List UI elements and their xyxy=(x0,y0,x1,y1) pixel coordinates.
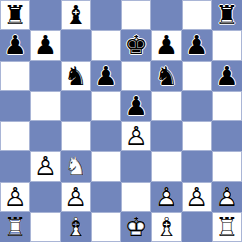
square-e7[interactable]: ♚ xyxy=(121,30,151,60)
square-c5[interactable] xyxy=(61,91,91,121)
square-g5[interactable] xyxy=(182,91,212,121)
square-e8[interactable] xyxy=(121,0,151,30)
piece-black-rook: ♜ xyxy=(0,0,30,30)
square-b6[interactable] xyxy=(30,61,60,91)
square-h2[interactable]: ♟♙ xyxy=(212,182,242,212)
piece-black-knight: ♞ xyxy=(61,61,91,91)
piece-white-bishop: ♝♗ xyxy=(151,212,181,242)
square-g4[interactable] xyxy=(182,121,212,151)
piece-black-pawn: ♟ xyxy=(121,91,151,121)
square-a1[interactable]: ♜♖ xyxy=(0,212,30,242)
piece-white-pawn: ♟♙ xyxy=(212,182,242,212)
square-c1[interactable]: ♝♗ xyxy=(61,212,91,242)
square-c4[interactable] xyxy=(61,121,91,151)
square-c7[interactable] xyxy=(61,30,91,60)
square-d6[interactable]: ♟ xyxy=(91,61,121,91)
piece-white-pawn: ♟♙ xyxy=(151,182,181,212)
square-f8[interactable] xyxy=(151,0,181,30)
square-e6[interactable] xyxy=(121,61,151,91)
square-b7[interactable]: ♟ xyxy=(30,30,60,60)
square-f3[interactable] xyxy=(151,151,181,181)
piece-white-pawn: ♟♙ xyxy=(121,121,151,151)
piece-black-rook: ♜ xyxy=(212,0,242,30)
square-f7[interactable]: ♟ xyxy=(151,30,181,60)
piece-black-bishop: ♝ xyxy=(61,0,91,30)
square-g1[interactable] xyxy=(182,212,212,242)
square-b8[interactable] xyxy=(30,0,60,30)
square-b4[interactable] xyxy=(30,121,60,151)
piece-white-pawn: ♟♙ xyxy=(0,182,30,212)
piece-white-rook: ♜♖ xyxy=(212,212,242,242)
square-e5[interactable]: ♟ xyxy=(121,91,151,121)
square-a4[interactable] xyxy=(0,121,30,151)
square-g7[interactable]: ♟ xyxy=(182,30,212,60)
square-c2[interactable]: ♟♙ xyxy=(61,182,91,212)
piece-black-pawn: ♟ xyxy=(91,61,121,91)
square-b5[interactable] xyxy=(30,91,60,121)
square-h8[interactable]: ♜ xyxy=(212,0,242,30)
square-h3[interactable] xyxy=(212,151,242,181)
square-d7[interactable] xyxy=(91,30,121,60)
piece-white-pawn: ♟♙ xyxy=(182,182,212,212)
piece-white-pawn: ♟♙ xyxy=(30,151,60,181)
square-f6[interactable]: ♞ xyxy=(151,61,181,91)
square-h6[interactable]: ♟ xyxy=(212,61,242,91)
square-e4[interactable]: ♟♙ xyxy=(121,121,151,151)
square-h1[interactable]: ♜♖ xyxy=(212,212,242,242)
square-e2[interactable] xyxy=(121,182,151,212)
square-e3[interactable] xyxy=(121,151,151,181)
square-c3[interactable]: ♞♘ xyxy=(61,151,91,181)
square-h5[interactable] xyxy=(212,91,242,121)
square-d8[interactable] xyxy=(91,0,121,30)
piece-white-pawn: ♟♙ xyxy=(61,182,91,212)
square-d5[interactable] xyxy=(91,91,121,121)
piece-black-knight: ♞ xyxy=(151,61,181,91)
piece-white-knight: ♞♘ xyxy=(61,151,91,181)
square-a6[interactable] xyxy=(0,61,30,91)
piece-black-pawn: ♟ xyxy=(212,61,242,91)
square-a3[interactable] xyxy=(0,151,30,181)
square-b1[interactable] xyxy=(30,212,60,242)
square-c6[interactable]: ♞ xyxy=(61,61,91,91)
piece-white-bishop: ♝♗ xyxy=(61,212,91,242)
piece-white-rook: ♜♖ xyxy=(0,212,30,242)
chess-board: ♜♝♜♟♟♚♟♟♞♟♞♟♟♟♙♟♙♞♘♟♙♟♙♟♙♟♙♟♙♜♖♝♗♚♔♝♗♜♖ xyxy=(0,0,242,242)
square-b3[interactable]: ♟♙ xyxy=(30,151,60,181)
square-f4[interactable] xyxy=(151,121,181,151)
square-h4[interactable] xyxy=(212,121,242,151)
square-g8[interactable] xyxy=(182,0,212,30)
piece-black-pawn: ♟ xyxy=(30,30,60,60)
square-d1[interactable] xyxy=(91,212,121,242)
piece-black-pawn: ♟ xyxy=(151,30,181,60)
square-f2[interactable]: ♟♙ xyxy=(151,182,181,212)
square-g6[interactable] xyxy=(182,61,212,91)
square-a7[interactable]: ♟ xyxy=(0,30,30,60)
square-f1[interactable]: ♝♗ xyxy=(151,212,181,242)
piece-black-pawn: ♟ xyxy=(0,30,30,60)
piece-black-king: ♚ xyxy=(121,30,151,60)
square-h7[interactable] xyxy=(212,30,242,60)
square-b2[interactable] xyxy=(30,182,60,212)
square-d3[interactable] xyxy=(91,151,121,181)
square-c8[interactable]: ♝ xyxy=(61,0,91,30)
square-g2[interactable]: ♟♙ xyxy=(182,182,212,212)
square-a5[interactable] xyxy=(0,91,30,121)
piece-black-pawn: ♟ xyxy=(182,30,212,60)
square-a8[interactable]: ♜ xyxy=(0,0,30,30)
piece-white-king: ♚♔ xyxy=(121,212,151,242)
square-e1[interactable]: ♚♔ xyxy=(121,212,151,242)
square-d2[interactable] xyxy=(91,182,121,212)
square-a2[interactable]: ♟♙ xyxy=(0,182,30,212)
square-f5[interactable] xyxy=(151,91,181,121)
square-g3[interactable] xyxy=(182,151,212,181)
square-d4[interactable] xyxy=(91,121,121,151)
